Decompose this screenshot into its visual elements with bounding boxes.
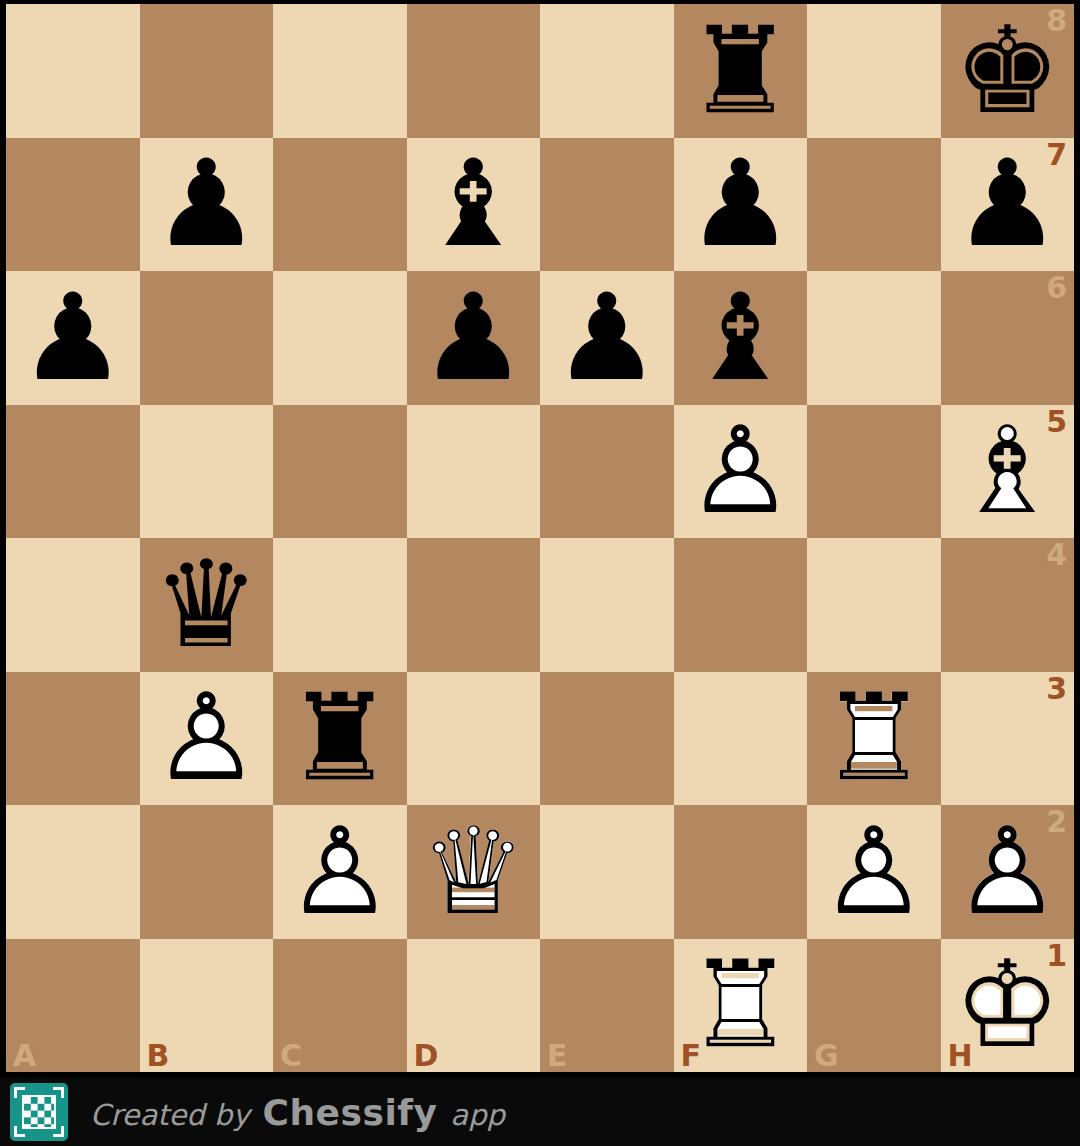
black-pawn-f7: ♟ — [674, 138, 808, 272]
square-d5[interactable] — [407, 405, 541, 539]
coord-rank-8: 8 — [1046, 6, 1067, 36]
square-g6[interactable] — [807, 271, 941, 405]
square-d1[interactable]: D — [407, 939, 541, 1073]
square-h3[interactable]: 3 — [941, 672, 1075, 806]
white-pawn-h2: ♟ — [941, 805, 1075, 939]
square-b1[interactable]: B — [140, 939, 274, 1073]
square-d7[interactable]: ♝ — [407, 138, 541, 272]
chessify-logo-icon — [10, 1083, 68, 1141]
coord-file-d: D — [414, 1041, 439, 1071]
black-pawn-a6: ♟ — [6, 271, 140, 405]
coord-rank-2: 2 — [1046, 807, 1067, 837]
square-e2[interactable] — [540, 805, 674, 939]
square-d6[interactable]: ♟ — [407, 271, 541, 405]
white-rook-outline-f1: ♖ — [674, 939, 808, 1073]
square-c3[interactable]: ♜ — [273, 672, 407, 806]
square-d2[interactable]: ♛♕ — [407, 805, 541, 939]
coord-file-c: C — [280, 1041, 302, 1071]
square-e3[interactable] — [540, 672, 674, 806]
square-g4[interactable] — [807, 538, 941, 672]
coord-file-f: F — [681, 1041, 702, 1071]
square-c6[interactable] — [273, 271, 407, 405]
credit-line: Created by Chessify app — [90, 1092, 505, 1133]
coord-file-g: G — [814, 1041, 839, 1071]
square-f5[interactable]: ♟♙ — [674, 405, 808, 539]
square-a8[interactable] — [6, 4, 140, 138]
square-a3[interactable] — [6, 672, 140, 806]
square-b5[interactable] — [140, 405, 274, 539]
square-a6[interactable]: ♟ — [6, 271, 140, 405]
square-g7[interactable] — [807, 138, 941, 272]
square-b6[interactable] — [140, 271, 274, 405]
square-g5[interactable] — [807, 405, 941, 539]
square-f8[interactable]: ♜ — [674, 4, 808, 138]
square-e8[interactable] — [540, 4, 674, 138]
coord-rank-1: 1 — [1046, 941, 1067, 971]
coord-rank-5: 5 — [1046, 407, 1067, 437]
coord-rank-3: 3 — [1046, 674, 1067, 704]
white-queen-d2: ♛ — [407, 805, 541, 939]
square-f2[interactable] — [674, 805, 808, 939]
white-pawn-b3: ♟ — [140, 672, 274, 806]
board-frame: ♜♚8♟♝♟♟7♟♟♟♝6♟♙♝♗5♛4♟♙♜♜♖3♟♙♛♕♟♙♟♙2ABCDE… — [0, 0, 1080, 1078]
coord-file-a: A — [13, 1041, 36, 1071]
white-rook-outline-g3: ♖ — [807, 672, 941, 806]
black-bishop-d7: ♝ — [407, 138, 541, 272]
coord-file-b: B — [147, 1041, 170, 1071]
coord-rank-7: 7 — [1046, 140, 1067, 170]
black-pawn-e6: ♟ — [540, 271, 674, 405]
square-g3[interactable]: ♜♖ — [807, 672, 941, 806]
square-d3[interactable] — [407, 672, 541, 806]
square-g1[interactable]: G — [807, 939, 941, 1073]
white-pawn-g2: ♟ — [807, 805, 941, 939]
black-bishop-f6: ♝ — [674, 271, 808, 405]
white-pawn-outline-g2: ♙ — [807, 805, 941, 939]
square-a1[interactable]: A — [6, 939, 140, 1073]
square-c5[interactable] — [273, 405, 407, 539]
black-rook-f8: ♜ — [674, 4, 808, 138]
square-h2[interactable]: ♟♙2 — [941, 805, 1075, 939]
chess-board: ♜♚8♟♝♟♟7♟♟♟♝6♟♙♝♗5♛4♟♙♜♜♖3♟♙♛♕♟♙♟♙2ABCDE… — [6, 4, 1074, 1072]
white-pawn-c2: ♟ — [273, 805, 407, 939]
square-f3[interactable] — [674, 672, 808, 806]
footer: Created by Chessify app — [0, 1078, 1080, 1146]
square-b7[interactable]: ♟ — [140, 138, 274, 272]
square-c4[interactable] — [273, 538, 407, 672]
square-h5[interactable]: ♝♗5 — [941, 405, 1075, 539]
white-king-h1: ♚ — [941, 939, 1075, 1073]
black-pawn-d6: ♟ — [407, 271, 541, 405]
square-b2[interactable] — [140, 805, 274, 939]
square-f6[interactable]: ♝ — [674, 271, 808, 405]
square-c8[interactable] — [273, 4, 407, 138]
square-c1[interactable]: C — [273, 939, 407, 1073]
square-h7[interactable]: ♟7 — [941, 138, 1075, 272]
square-h8[interactable]: ♚8 — [941, 4, 1075, 138]
created-by-text: Created by — [90, 1098, 250, 1132]
white-queen-outline-d2: ♕ — [407, 805, 541, 939]
white-pawn-f5: ♟ — [674, 405, 808, 539]
black-queen-b4: ♛ — [140, 538, 274, 672]
square-a4[interactable] — [6, 538, 140, 672]
square-f4[interactable] — [674, 538, 808, 672]
white-pawn-outline-f5: ♙ — [674, 405, 808, 539]
square-h6[interactable]: 6 — [941, 271, 1075, 405]
black-pawn-h7: ♟ — [941, 138, 1075, 272]
square-e1[interactable]: E — [540, 939, 674, 1073]
square-b3[interactable]: ♟♙ — [140, 672, 274, 806]
coord-rank-4: 4 — [1046, 540, 1067, 570]
square-e7[interactable] — [540, 138, 674, 272]
app-text: app — [450, 1098, 505, 1132]
square-h1[interactable]: ♚♔1H — [941, 939, 1075, 1073]
white-bishop-h5: ♝ — [941, 405, 1075, 539]
square-b4[interactable]: ♛ — [140, 538, 274, 672]
square-d4[interactable] — [407, 538, 541, 672]
square-a2[interactable] — [6, 805, 140, 939]
square-f1[interactable]: ♜♖F — [674, 939, 808, 1073]
white-pawn-outline-b3: ♙ — [140, 672, 274, 806]
black-pawn-b7: ♟ — [140, 138, 274, 272]
square-g8[interactable] — [807, 4, 941, 138]
square-h4[interactable]: 4 — [941, 538, 1075, 672]
coord-rank-6: 6 — [1046, 273, 1067, 303]
square-f7[interactable]: ♟ — [674, 138, 808, 272]
black-rook-c3: ♜ — [273, 672, 407, 806]
white-king-outline-h1: ♔ — [941, 939, 1075, 1073]
white-pawn-outline-h2: ♙ — [941, 805, 1075, 939]
white-rook-f1: ♜ — [674, 939, 808, 1073]
coord-file-e: E — [547, 1041, 568, 1071]
square-a7[interactable] — [6, 138, 140, 272]
square-e4[interactable] — [540, 538, 674, 672]
white-pawn-outline-c2: ♙ — [273, 805, 407, 939]
square-b8[interactable] — [140, 4, 274, 138]
white-bishop-outline-h5: ♗ — [941, 405, 1075, 539]
white-rook-g3: ♜ — [807, 672, 941, 806]
square-e5[interactable] — [540, 405, 674, 539]
brand-name: Chessify — [263, 1092, 438, 1133]
square-c7[interactable] — [273, 138, 407, 272]
coord-file-h: H — [948, 1041, 973, 1071]
square-e6[interactable]: ♟ — [540, 271, 674, 405]
square-d8[interactable] — [407, 4, 541, 138]
black-king-h8: ♚ — [941, 4, 1075, 138]
checkerboard-icon — [22, 1095, 56, 1129]
square-g2[interactable]: ♟♙ — [807, 805, 941, 939]
square-a5[interactable] — [6, 405, 140, 539]
square-c2[interactable]: ♟♙ — [273, 805, 407, 939]
